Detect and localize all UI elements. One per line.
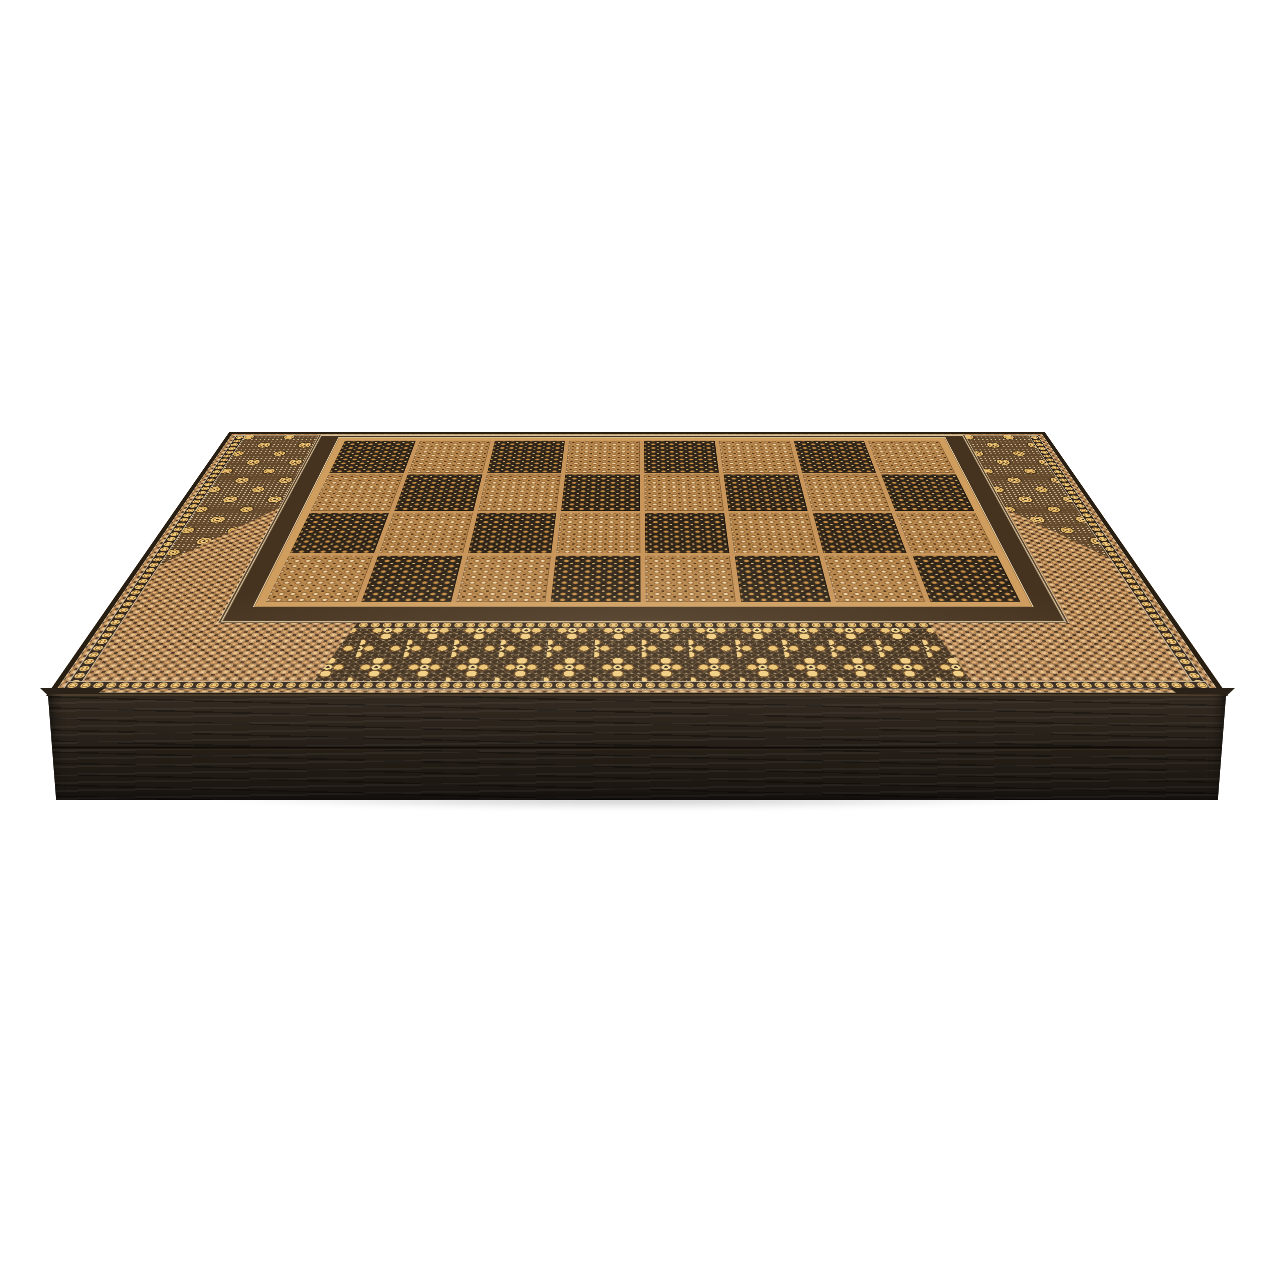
board-square-r4c5 [645, 556, 735, 602]
board-square-r1c3 [487, 441, 565, 473]
lid-perspective-scene [46, 29, 1228, 696]
board-square-r1c7 [793, 441, 876, 473]
board-square-r3c6 [729, 513, 818, 554]
box-lid-top [46, 432, 1228, 696]
board-square-r3c1 [290, 513, 389, 554]
board-square-r2c1 [311, 475, 403, 511]
board-square-r2c7 [802, 475, 890, 511]
board-square-r1c5 [644, 441, 719, 473]
board-square-r2c8 [881, 475, 974, 511]
lacquer-sheen [54, 434, 1219, 693]
board-square-r2c3 [478, 475, 561, 511]
board-square-r4c7 [824, 556, 926, 602]
board-square-r4c3 [456, 556, 551, 602]
board-square-r3c8 [896, 513, 996, 554]
board-square-r2c4 [561, 475, 640, 511]
board [266, 441, 1020, 602]
board-square-r3c3 [468, 513, 557, 554]
right-chain-border [1028, 435, 1205, 682]
front-rosette-band [295, 622, 992, 690]
board-square-r3c7 [812, 513, 906, 554]
left-flower-cluster-band [78, 435, 321, 685]
board-square-r4c6 [734, 556, 830, 602]
front-band-chain-border [319, 622, 965, 629]
drop-shadow [60, 798, 1210, 814]
board-square-r2c6 [723, 475, 807, 511]
board-square-r3c4 [556, 513, 640, 554]
board-square-r1c2 [408, 441, 490, 473]
board-square-r3c2 [379, 513, 473, 554]
board-square-r4c2 [361, 556, 462, 602]
board-square-r2c2 [394, 475, 482, 511]
board-square-r1c4 [566, 441, 640, 473]
board-square-r3c5 [645, 513, 729, 554]
board-square-r1c8 [868, 441, 955, 473]
board-square-r1c6 [719, 441, 798, 473]
chessboard-frame [221, 435, 1066, 621]
board-square-r4c4 [551, 556, 641, 602]
product-photo [0, 0, 1280, 1280]
chessboard-tan-margin [253, 437, 1034, 607]
right-flower-cluster-band [962, 435, 1208, 685]
left-chain-border [68, 435, 245, 682]
front-chain-border [63, 681, 1212, 689]
board-square-r1c1 [329, 441, 415, 473]
board-square-r4c8 [913, 556, 1020, 602]
lid-seam [48, 746, 1226, 750]
board-square-r4c1 [266, 556, 373, 602]
box-base-front [48, 694, 1226, 800]
board-square-r2c5 [644, 475, 723, 511]
